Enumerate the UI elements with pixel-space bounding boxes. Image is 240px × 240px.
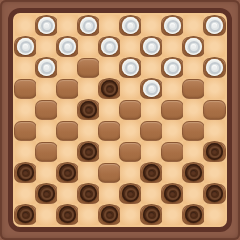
piece-core (107, 86, 112, 91)
dark-square (140, 121, 163, 141)
piece-core (191, 212, 196, 217)
white-man[interactable] (38, 17, 55, 34)
piece-core (65, 170, 70, 175)
square-38[interactable] (99, 162, 120, 183)
piece-core (23, 212, 28, 217)
light-square (162, 36, 183, 57)
light-square (15, 15, 36, 36)
square-50[interactable] (183, 204, 204, 225)
square-30[interactable] (183, 120, 204, 141)
piece-core (65, 44, 70, 49)
white-man[interactable] (38, 59, 55, 76)
square-1[interactable] (36, 15, 57, 36)
white-man[interactable] (206, 17, 223, 34)
dark-square (56, 79, 79, 99)
square-8[interactable] (99, 36, 120, 57)
piece-core (212, 149, 217, 154)
light-square (162, 78, 183, 99)
light-square (204, 78, 225, 99)
light-square (78, 78, 99, 99)
square-40[interactable] (183, 162, 204, 183)
white-man[interactable] (101, 38, 118, 55)
square-14[interactable] (162, 57, 183, 78)
dark-square (35, 142, 58, 162)
board (15, 15, 225, 225)
square-19[interactable] (141, 78, 162, 99)
light-square (162, 120, 183, 141)
light-square (15, 57, 36, 78)
piece-core (170, 191, 175, 196)
square-9[interactable] (141, 36, 162, 57)
white-man[interactable] (185, 38, 202, 55)
light-square (15, 141, 36, 162)
dark-square (35, 100, 58, 120)
square-26[interactable] (15, 120, 36, 141)
square-16[interactable] (15, 78, 36, 99)
black-man[interactable] (59, 164, 76, 181)
board-frame (8, 8, 232, 232)
light-square (36, 120, 57, 141)
square-20[interactable] (183, 78, 204, 99)
white-man[interactable] (164, 59, 181, 76)
black-man[interactable] (164, 185, 181, 202)
square-15[interactable] (204, 57, 225, 78)
square-29[interactable] (141, 120, 162, 141)
white-man[interactable] (80, 17, 97, 34)
square-24[interactable] (162, 99, 183, 120)
square-31[interactable] (36, 141, 57, 162)
square-3[interactable] (120, 15, 141, 36)
light-square (36, 204, 57, 225)
light-square (183, 57, 204, 78)
piece-core (23, 170, 28, 175)
white-man[interactable] (17, 38, 34, 55)
white-man[interactable] (164, 17, 181, 34)
black-man[interactable] (122, 185, 139, 202)
light-square (78, 162, 99, 183)
black-man[interactable] (59, 206, 76, 223)
white-man[interactable] (143, 38, 160, 55)
dark-square (161, 142, 184, 162)
square-37[interactable] (57, 162, 78, 183)
light-square (57, 141, 78, 162)
piece-core (149, 212, 154, 217)
dark-square (119, 142, 142, 162)
dark-square (14, 79, 37, 99)
light-square (141, 99, 162, 120)
light-square (78, 120, 99, 141)
square-5[interactable] (204, 15, 225, 36)
light-square (120, 162, 141, 183)
piece-core (86, 191, 91, 196)
dark-square (14, 121, 37, 141)
square-47[interactable] (57, 204, 78, 225)
piece-core (86, 107, 91, 112)
light-square (99, 15, 120, 36)
light-square (36, 36, 57, 57)
square-49[interactable] (141, 204, 162, 225)
light-square (204, 204, 225, 225)
piece-core (191, 44, 196, 49)
light-square (78, 36, 99, 57)
light-square (141, 57, 162, 78)
dark-square (119, 100, 142, 120)
light-square (141, 141, 162, 162)
black-man[interactable] (185, 206, 202, 223)
light-square (183, 141, 204, 162)
dark-square (98, 121, 121, 141)
square-4[interactable] (162, 15, 183, 36)
light-square (99, 183, 120, 204)
black-man[interactable] (17, 206, 34, 223)
light-square (57, 15, 78, 36)
piece-core (128, 191, 133, 196)
square-28[interactable] (99, 120, 120, 141)
dark-square (182, 79, 205, 99)
square-10[interactable] (183, 36, 204, 57)
dark-square (161, 100, 184, 120)
square-25[interactable] (204, 99, 225, 120)
light-square (99, 99, 120, 120)
square-23[interactable] (120, 99, 141, 120)
piece-core (149, 44, 154, 49)
piece-core (107, 212, 112, 217)
square-21[interactable] (36, 99, 57, 120)
light-square (162, 162, 183, 183)
piece-core (212, 23, 217, 28)
square-2[interactable] (78, 15, 99, 36)
light-square (57, 183, 78, 204)
white-man[interactable] (206, 59, 223, 76)
square-34[interactable] (162, 141, 183, 162)
black-man[interactable] (143, 206, 160, 223)
light-square (162, 204, 183, 225)
square-42[interactable] (78, 183, 99, 204)
square-43[interactable] (120, 183, 141, 204)
piece-core (44, 23, 49, 28)
piece-core (86, 149, 91, 154)
piece-core (65, 212, 70, 217)
light-square (120, 120, 141, 141)
square-6[interactable] (15, 36, 36, 57)
black-man[interactable] (101, 206, 118, 223)
square-33[interactable] (120, 141, 141, 162)
piece-core (86, 23, 91, 28)
piece-core (44, 191, 49, 196)
square-27[interactable] (57, 120, 78, 141)
piece-core (128, 23, 133, 28)
checkers-game-window (0, 0, 240, 240)
light-square (204, 120, 225, 141)
light-square (204, 162, 225, 183)
light-square (78, 204, 99, 225)
square-46[interactable] (15, 204, 36, 225)
light-square (99, 141, 120, 162)
black-man[interactable] (143, 164, 160, 181)
light-square (120, 204, 141, 225)
square-7[interactable] (57, 36, 78, 57)
light-square (99, 57, 120, 78)
square-45[interactable] (204, 183, 225, 204)
square-41[interactable] (36, 183, 57, 204)
light-square (57, 99, 78, 120)
light-square (36, 162, 57, 183)
black-man[interactable] (80, 101, 97, 118)
light-square (120, 36, 141, 57)
piece-core (23, 44, 28, 49)
piece-core (107, 44, 112, 49)
piece-core (44, 65, 49, 70)
piece-core (149, 170, 154, 175)
white-man[interactable] (122, 59, 139, 76)
square-12[interactable] (78, 57, 99, 78)
square-13[interactable] (120, 57, 141, 78)
square-35[interactable] (204, 141, 225, 162)
square-44[interactable] (162, 183, 183, 204)
light-square (57, 57, 78, 78)
piece-core (212, 65, 217, 70)
piece-core (170, 65, 175, 70)
black-man[interactable] (80, 185, 97, 202)
black-man[interactable] (17, 164, 34, 181)
black-man[interactable] (206, 143, 223, 160)
white-man[interactable] (122, 17, 139, 34)
square-22[interactable] (78, 99, 99, 120)
black-man[interactable] (80, 143, 97, 160)
dark-square (98, 163, 121, 183)
dark-square (203, 100, 226, 120)
light-square (15, 99, 36, 120)
white-man[interactable] (59, 38, 76, 55)
black-man[interactable] (101, 80, 118, 97)
piece-core (128, 65, 133, 70)
light-square (204, 36, 225, 57)
square-36[interactable] (15, 162, 36, 183)
light-square (120, 78, 141, 99)
square-39[interactable] (141, 162, 162, 183)
square-32[interactable] (78, 141, 99, 162)
black-man[interactable] (206, 185, 223, 202)
light-square (183, 15, 204, 36)
light-square (183, 183, 204, 204)
dark-square (182, 121, 205, 141)
square-17[interactable] (57, 78, 78, 99)
black-man[interactable] (185, 164, 202, 181)
white-man[interactable] (143, 80, 160, 97)
piece-core (149, 86, 154, 91)
light-square (141, 15, 162, 36)
light-square (36, 78, 57, 99)
dark-square (56, 121, 79, 141)
light-square (141, 183, 162, 204)
square-11[interactable] (36, 57, 57, 78)
black-man[interactable] (38, 185, 55, 202)
square-48[interactable] (99, 204, 120, 225)
piece-core (170, 23, 175, 28)
dark-square (77, 58, 100, 78)
light-square (183, 99, 204, 120)
square-18[interactable] (99, 78, 120, 99)
piece-core (191, 170, 196, 175)
light-square (15, 183, 36, 204)
piece-core (212, 191, 217, 196)
